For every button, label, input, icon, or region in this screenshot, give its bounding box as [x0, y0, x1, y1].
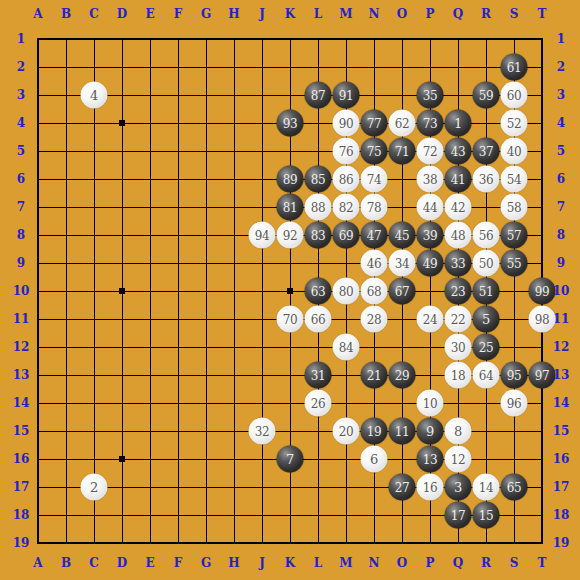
stone-white-32-J15: 32 [249, 418, 276, 445]
col-label-bottom-C: C [89, 557, 99, 569]
row-label-left-5: 5 [17, 145, 25, 157]
stone-black-27-O17: 27 [389, 474, 416, 501]
stone-black-63-L10: 63 [305, 278, 332, 305]
row-label-right-5: 5 [557, 145, 565, 157]
stone-black-93-K4: 93 [277, 110, 304, 137]
stone-black-51-R10: 51 [473, 278, 500, 305]
stone-black-3-Q17: 3 [445, 474, 472, 501]
stone-black-75-N5: 75 [361, 138, 388, 165]
col-label-bottom-B: B [61, 557, 71, 569]
row-label-right-16: 16 [553, 453, 570, 465]
stone-white-88-L7: 88 [305, 194, 332, 221]
col-label-bottom-E: E [145, 557, 154, 569]
row-label-left-10: 10 [13, 285, 30, 297]
row-label-left-12: 12 [13, 341, 30, 353]
stone-white-72-P5: 72 [417, 138, 444, 165]
row-label-left-9: 9 [17, 257, 25, 269]
stone-white-98-T11: 98 [529, 306, 556, 333]
col-label-top-D: D [117, 8, 127, 20]
row-label-right-4: 4 [557, 117, 565, 129]
stone-white-40-S5: 40 [501, 138, 528, 165]
stone-black-33-Q9: 33 [445, 250, 472, 277]
stone-black-59-R3: 59 [473, 82, 500, 109]
stone-white-18-Q13: 18 [445, 362, 472, 389]
col-label-bottom-G: G [201, 557, 211, 569]
stone-white-8-Q15: 8 [445, 418, 472, 445]
stone-black-91-M3: 91 [333, 82, 360, 109]
col-label-bottom-T: T [538, 557, 547, 569]
go-board[interactable]: ABCDEFGHJKLMNOPQRST ABCDEFGHJKLMNOPQRST … [0, 0, 580, 580]
col-label-top-K: K [285, 8, 295, 20]
stone-white-36-R6: 36 [473, 166, 500, 193]
stone-white-44-P7: 44 [417, 194, 444, 221]
row-label-right-6: 6 [557, 173, 565, 185]
row-label-left-8: 8 [17, 229, 25, 241]
row-label-left-11: 11 [13, 313, 30, 325]
row-label-right-14: 14 [553, 397, 570, 409]
stone-black-47-N8: 47 [361, 222, 388, 249]
row-label-right-2: 2 [557, 61, 565, 73]
stone-white-24-P11: 24 [417, 306, 444, 333]
stone-white-56-R8: 56 [473, 222, 500, 249]
stone-black-81-K7: 81 [277, 194, 304, 221]
stone-white-82-M7: 82 [333, 194, 360, 221]
col-label-top-S: S [510, 8, 519, 20]
stone-white-42-Q7: 42 [445, 194, 472, 221]
stone-white-84-M12: 84 [333, 334, 360, 361]
row-label-left-17: 17 [13, 481, 30, 493]
stone-black-39-P8: 39 [417, 222, 444, 249]
stone-white-68-N10: 68 [361, 278, 388, 305]
stone-black-19-N15: 19 [361, 418, 388, 445]
stone-black-29-O13: 29 [389, 362, 416, 389]
stone-black-35-P3: 35 [417, 82, 444, 109]
col-label-top-P: P [425, 8, 434, 20]
stone-black-69-M8: 69 [333, 222, 360, 249]
star-point-D16 [119, 456, 126, 463]
stone-white-70-K11: 70 [277, 306, 304, 333]
stone-black-25-R12: 25 [473, 334, 500, 361]
col-label-bottom-L: L [314, 557, 322, 569]
stone-white-6-N16: 6 [361, 446, 388, 473]
star-point-D10 [119, 288, 126, 295]
stone-white-86-M6: 86 [333, 166, 360, 193]
col-label-top-B: B [61, 8, 71, 20]
stone-black-89-K6: 89 [277, 166, 304, 193]
row-label-right-1: 1 [557, 33, 565, 45]
stone-white-90-M4: 90 [333, 110, 360, 137]
row-label-right-19: 19 [553, 537, 570, 549]
stone-white-28-N11: 28 [361, 306, 388, 333]
col-label-top-N: N [369, 8, 380, 20]
row-label-right-8: 8 [557, 229, 565, 241]
col-label-top-M: M [339, 8, 352, 20]
stone-white-52-S4: 52 [501, 110, 528, 137]
stone-black-43-Q5: 43 [445, 138, 472, 165]
stone-black-15-R18: 15 [473, 502, 500, 529]
stone-black-41-Q6: 41 [445, 166, 472, 193]
stone-white-26-L14: 26 [305, 390, 332, 417]
stone-white-38-P6: 38 [417, 166, 444, 193]
col-label-top-O: O [397, 8, 407, 20]
row-label-left-2: 2 [17, 61, 25, 73]
row-label-left-19: 19 [13, 537, 30, 549]
stone-black-55-S9: 55 [501, 250, 528, 277]
col-label-top-R: R [481, 8, 491, 20]
col-label-bottom-R: R [481, 557, 491, 569]
row-label-right-18: 18 [553, 509, 570, 521]
row-label-left-16: 16 [13, 453, 30, 465]
stone-white-60-S3: 60 [501, 82, 528, 109]
stone-black-97-T13: 97 [529, 362, 556, 389]
col-label-top-G: G [201, 8, 211, 20]
row-label-right-7: 7 [557, 201, 565, 213]
stone-white-16-P17: 16 [417, 474, 444, 501]
row-label-left-6: 6 [17, 173, 25, 185]
stone-black-23-Q10: 23 [445, 278, 472, 305]
stone-white-54-S6: 54 [501, 166, 528, 193]
stone-white-96-S14: 96 [501, 390, 528, 417]
row-label-left-1: 1 [17, 33, 25, 45]
stone-black-1-Q4: 1 [445, 110, 472, 137]
row-label-right-15: 15 [553, 425, 570, 437]
col-label-bottom-A: A [33, 557, 42, 569]
stone-black-11-O15: 11 [389, 418, 416, 445]
col-label-top-C: C [89, 8, 99, 20]
row-label-left-3: 3 [17, 89, 25, 101]
stone-white-78-N7: 78 [361, 194, 388, 221]
stone-black-49-P9: 49 [417, 250, 444, 277]
col-label-bottom-D: D [117, 557, 127, 569]
col-label-top-E: E [145, 8, 154, 20]
stone-white-64-R13: 64 [473, 362, 500, 389]
col-label-top-A: A [33, 8, 42, 20]
stone-white-74-N6: 74 [361, 166, 388, 193]
stone-black-7-K16: 7 [277, 446, 304, 473]
stone-white-20-M15: 20 [333, 418, 360, 445]
stone-white-10-P14: 10 [417, 390, 444, 417]
col-label-top-Q: Q [453, 8, 463, 20]
row-label-left-4: 4 [17, 117, 25, 129]
row-label-left-14: 14 [13, 397, 30, 409]
col-label-bottom-N: N [369, 557, 380, 569]
stone-black-57-S8: 57 [501, 222, 528, 249]
stone-white-58-S7: 58 [501, 194, 528, 221]
stone-black-45-O8: 45 [389, 222, 416, 249]
stone-white-48-Q8: 48 [445, 222, 472, 249]
stone-white-14-R17: 14 [473, 474, 500, 501]
stone-black-5-R11: 5 [473, 306, 500, 333]
col-label-top-J: J [259, 8, 265, 20]
stone-white-76-M5: 76 [333, 138, 360, 165]
row-label-left-15: 15 [13, 425, 30, 437]
star-point-D4 [119, 120, 126, 127]
col-label-bottom-K: K [285, 557, 295, 569]
stone-black-61-S2: 61 [501, 54, 528, 81]
stone-white-2-C17: 2 [81, 474, 108, 501]
stone-black-17-Q18: 17 [445, 502, 472, 529]
stone-black-67-O10: 67 [389, 278, 416, 305]
col-label-bottom-S: S [510, 557, 519, 569]
stone-white-22-Q11: 22 [445, 306, 472, 333]
stone-black-87-L3: 87 [305, 82, 332, 109]
stone-black-99-T10: 99 [529, 278, 556, 305]
col-label-bottom-M: M [339, 557, 352, 569]
col-label-top-F: F [174, 8, 183, 20]
col-label-top-T: T [538, 8, 547, 20]
stone-white-46-N9: 46 [361, 250, 388, 277]
star-point-K10 [287, 288, 294, 295]
row-label-right-12: 12 [553, 341, 570, 353]
stone-white-12-Q16: 12 [445, 446, 472, 473]
col-label-bottom-J: J [259, 557, 265, 569]
stone-white-34-O9: 34 [389, 250, 416, 277]
stone-black-85-L6: 85 [305, 166, 332, 193]
row-label-left-13: 13 [13, 369, 30, 381]
row-label-right-3: 3 [557, 89, 565, 101]
stone-white-30-Q12: 30 [445, 334, 472, 361]
stone-black-21-N13: 21 [361, 362, 388, 389]
col-label-top-H: H [228, 8, 239, 20]
col-label-top-L: L [314, 8, 322, 20]
stone-black-13-P16: 13 [417, 446, 444, 473]
col-label-bottom-F: F [174, 557, 183, 569]
col-label-bottom-O: O [397, 557, 407, 569]
stone-white-4-C3: 4 [81, 82, 108, 109]
stone-black-95-S13: 95 [501, 362, 528, 389]
col-label-bottom-P: P [425, 557, 434, 569]
stone-black-31-L13: 31 [305, 362, 332, 389]
stone-white-62-O4: 62 [389, 110, 416, 137]
stone-black-65-S17: 65 [501, 474, 528, 501]
stone-black-9-P15: 9 [417, 418, 444, 445]
col-label-bottom-Q: Q [453, 557, 463, 569]
stone-white-66-L11: 66 [305, 306, 332, 333]
stone-black-73-P4: 73 [417, 110, 444, 137]
row-label-left-18: 18 [13, 509, 30, 521]
stone-black-77-N4: 77 [361, 110, 388, 137]
stone-white-92-K8: 92 [277, 222, 304, 249]
stone-white-50-R9: 50 [473, 250, 500, 277]
stone-white-94-J8: 94 [249, 222, 276, 249]
stone-black-83-L8: 83 [305, 222, 332, 249]
stone-black-37-R5: 37 [473, 138, 500, 165]
row-label-left-7: 7 [17, 201, 25, 213]
row-label-right-17: 17 [553, 481, 570, 493]
row-label-right-9: 9 [557, 257, 565, 269]
stone-white-80-M10: 80 [333, 278, 360, 305]
col-label-bottom-H: H [228, 557, 239, 569]
stone-black-71-O5: 71 [389, 138, 416, 165]
